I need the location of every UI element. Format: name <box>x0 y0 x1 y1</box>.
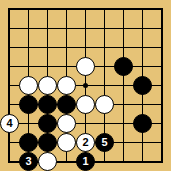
intersection-d9[interactable] <box>57 0 76 19</box>
intersection-c7[interactable] <box>38 38 57 57</box>
intersection-c9[interactable] <box>38 0 57 19</box>
black-stone <box>38 133 57 152</box>
intersection-e8[interactable] <box>76 19 95 38</box>
intersection-g4[interactable] <box>114 95 133 114</box>
intersection-a6[interactable] <box>0 57 19 76</box>
intersection-d2[interactable] <box>57 133 76 152</box>
go-board: 42531 <box>0 0 171 171</box>
intersection-h9[interactable] <box>133 0 152 19</box>
intersection-i5[interactable] <box>152 76 171 95</box>
intersection-e3[interactable] <box>76 114 95 133</box>
intersection-h1[interactable] <box>133 152 152 171</box>
white-stone <box>19 76 38 95</box>
intersection-h6[interactable] <box>133 57 152 76</box>
intersection-i9[interactable] <box>152 0 171 19</box>
black-stone: 3 <box>19 152 38 171</box>
white-stone: 2 <box>76 133 95 152</box>
intersection-a5[interactable] <box>0 76 19 95</box>
intersection-b2[interactable] <box>19 133 38 152</box>
white-stone <box>38 76 57 95</box>
white-stone <box>57 133 76 152</box>
intersection-g9[interactable] <box>114 0 133 19</box>
intersection-d8[interactable] <box>57 19 76 38</box>
intersection-i4[interactable] <box>152 95 171 114</box>
intersection-e9[interactable] <box>76 0 95 19</box>
intersection-c4[interactable] <box>38 95 57 114</box>
white-stone <box>57 76 76 95</box>
white-stone <box>76 57 95 76</box>
white-stone <box>38 152 57 171</box>
intersection-c8[interactable] <box>38 19 57 38</box>
intersection-a8[interactable] <box>0 19 19 38</box>
intersection-a2[interactable] <box>0 133 19 152</box>
intersection-e7[interactable] <box>76 38 95 57</box>
black-stone <box>19 133 38 152</box>
intersection-g6[interactable] <box>114 57 133 76</box>
intersection-g7[interactable] <box>114 38 133 57</box>
move-number: 3 <box>20 153 37 170</box>
intersection-f5[interactable] <box>95 76 114 95</box>
star-point <box>83 83 88 88</box>
intersection-a7[interactable] <box>0 38 19 57</box>
white-stone <box>76 95 95 114</box>
intersection-g2[interactable] <box>114 133 133 152</box>
intersection-h4[interactable] <box>133 95 152 114</box>
move-number: 4 <box>1 115 18 132</box>
intersection-h5[interactable] <box>133 76 152 95</box>
intersection-f7[interactable] <box>95 38 114 57</box>
intersection-d6[interactable] <box>57 57 76 76</box>
black-stone: 5 <box>95 133 114 152</box>
intersection-a3[interactable]: 4 <box>0 114 19 133</box>
intersection-e1[interactable]: 1 <box>76 152 95 171</box>
intersection-i7[interactable] <box>152 38 171 57</box>
intersection-g5[interactable] <box>114 76 133 95</box>
black-stone: 1 <box>76 152 95 171</box>
black-stone <box>133 114 152 133</box>
intersection-c2[interactable] <box>38 133 57 152</box>
intersection-f8[interactable] <box>95 19 114 38</box>
intersection-g8[interactable] <box>114 19 133 38</box>
intersection-i3[interactable] <box>152 114 171 133</box>
intersection-c6[interactable] <box>38 57 57 76</box>
black-stone <box>19 95 38 114</box>
intersection-e2[interactable]: 2 <box>76 133 95 152</box>
white-stone <box>57 114 76 133</box>
intersection-g3[interactable] <box>114 114 133 133</box>
intersection-h2[interactable] <box>133 133 152 152</box>
intersection-i1[interactable] <box>152 152 171 171</box>
intersection-e5[interactable] <box>76 76 95 95</box>
board-grid: 42531 <box>0 0 171 171</box>
black-stone <box>38 95 57 114</box>
intersection-d5[interactable] <box>57 76 76 95</box>
intersection-b5[interactable] <box>19 76 38 95</box>
intersection-f6[interactable] <box>95 57 114 76</box>
move-number: 2 <box>77 134 94 151</box>
intersection-i6[interactable] <box>152 57 171 76</box>
white-stone <box>95 95 114 114</box>
black-stone <box>114 57 133 76</box>
intersection-b9[interactable] <box>19 0 38 19</box>
intersection-d3[interactable] <box>57 114 76 133</box>
intersection-g1[interactable] <box>114 152 133 171</box>
intersection-e6[interactable] <box>76 57 95 76</box>
white-stone: 4 <box>0 114 19 133</box>
intersection-f9[interactable] <box>95 0 114 19</box>
intersection-i8[interactable] <box>152 19 171 38</box>
intersection-d4[interactable] <box>57 95 76 114</box>
intersection-i2[interactable] <box>152 133 171 152</box>
intersection-b8[interactable] <box>19 19 38 38</box>
intersection-e4[interactable] <box>76 95 95 114</box>
intersection-f2[interactable]: 5 <box>95 133 114 152</box>
black-stone <box>57 95 76 114</box>
intersection-h7[interactable] <box>133 38 152 57</box>
intersection-b4[interactable] <box>19 95 38 114</box>
intersection-f3[interactable] <box>95 114 114 133</box>
intersection-c3[interactable] <box>38 114 57 133</box>
intersection-d7[interactable] <box>57 38 76 57</box>
intersection-c5[interactable] <box>38 76 57 95</box>
intersection-h8[interactable] <box>133 19 152 38</box>
intersection-d1[interactable] <box>57 152 76 171</box>
move-number: 1 <box>77 153 94 170</box>
intersection-b7[interactable] <box>19 38 38 57</box>
intersection-a4[interactable] <box>0 95 19 114</box>
intersection-h3[interactable] <box>133 114 152 133</box>
black-stone <box>133 76 152 95</box>
intersection-f1[interactable] <box>95 152 114 171</box>
intersection-b6[interactable] <box>19 57 38 76</box>
intersection-f4[interactable] <box>95 95 114 114</box>
intersection-b1[interactable]: 3 <box>19 152 38 171</box>
move-number: 5 <box>96 134 113 151</box>
intersection-c1[interactable] <box>38 152 57 171</box>
black-stone <box>38 114 57 133</box>
intersection-b3[interactable] <box>19 114 38 133</box>
intersection-a9[interactable] <box>0 0 19 19</box>
intersection-a1[interactable] <box>0 152 19 171</box>
